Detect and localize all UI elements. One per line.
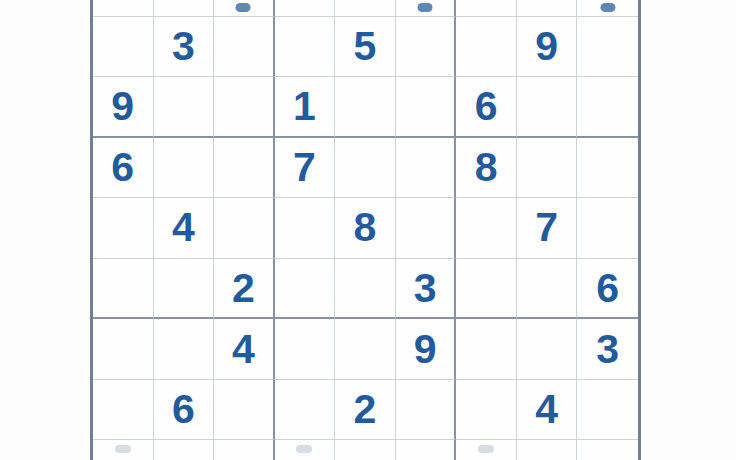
cell-r4c8[interactable] (517, 138, 578, 199)
cell-r9c2[interactable] (154, 440, 215, 460)
given-digit: 4 (535, 389, 558, 430)
cell-r3c9[interactable] (577, 77, 638, 138)
cell-r6c5[interactable] (335, 259, 396, 320)
given-digit: 3 (596, 329, 619, 370)
cell-r7c7[interactable] (456, 319, 517, 380)
given-digit: 9 (414, 329, 437, 370)
cell-r3c2[interactable] (154, 77, 215, 138)
cell-r5c9[interactable] (577, 198, 638, 259)
cell-r2c6[interactable] (396, 17, 457, 78)
cell-r8c1[interactable] (93, 380, 154, 441)
cell-r5c4[interactable] (275, 198, 336, 259)
cell-r4c7: 8 (456, 138, 517, 199)
clipped-digit-fragment (478, 445, 494, 453)
cell-r2c1[interactable] (93, 17, 154, 78)
cell-r1c6 (396, 0, 457, 17)
given-digit: 1 (293, 86, 316, 127)
cell-r2c9[interactable] (577, 17, 638, 78)
given-digit: 4 (232, 329, 255, 370)
cell-r8c2: 6 (154, 380, 215, 441)
cell-r6c4[interactable] (275, 259, 336, 320)
cell-r4c5[interactable] (335, 138, 396, 199)
cell-r4c1: 6 (93, 138, 154, 199)
cell-r5c1[interactable] (93, 198, 154, 259)
sudoku-grid: 359916678487236493624 (90, 0, 641, 460)
cell-r2c7[interactable] (456, 17, 517, 78)
cell-r3c5[interactable] (335, 77, 396, 138)
given-digit: 5 (354, 26, 377, 67)
cell-r7c2[interactable] (154, 319, 215, 380)
cell-r8c8: 4 (517, 380, 578, 441)
cell-r7c9: 3 (577, 319, 638, 380)
cell-r4c6[interactable] (396, 138, 457, 199)
cell-r8c4[interactable] (275, 380, 336, 441)
cell-r2c8: 9 (517, 17, 578, 78)
cell-r8c9[interactable] (577, 380, 638, 441)
cell-r1c5[interactable] (335, 0, 396, 17)
given-digit: 3 (414, 268, 437, 309)
cell-r7c1[interactable] (93, 319, 154, 380)
cell-r1c2[interactable] (154, 0, 215, 17)
cell-r3c3[interactable] (214, 77, 275, 138)
cell-r9c4 (275, 440, 336, 460)
cell-r7c4[interactable] (275, 319, 336, 380)
given-digit: 6 (475, 86, 498, 127)
cell-r1c8[interactable] (517, 0, 578, 17)
cell-r6c1[interactable] (93, 259, 154, 320)
given-digit: 7 (535, 207, 558, 248)
clipped-digit-fragment (600, 3, 615, 12)
cell-r9c6[interactable] (396, 440, 457, 460)
given-digit: 8 (475, 147, 498, 188)
cell-r7c6: 9 (396, 319, 457, 380)
cell-r4c4: 7 (275, 138, 336, 199)
given-digit: 7 (293, 147, 316, 188)
cell-r4c2[interactable] (154, 138, 215, 199)
cell-r6c6: 3 (396, 259, 457, 320)
given-digit: 6 (111, 147, 134, 188)
cell-r9c5[interactable] (335, 440, 396, 460)
cell-r5c7[interactable] (456, 198, 517, 259)
cell-r8c6[interactable] (396, 380, 457, 441)
cell-r8c7[interactable] (456, 380, 517, 441)
given-digit: 4 (172, 207, 195, 248)
cell-r2c4[interactable] (275, 17, 336, 78)
clipped-digit-fragment (236, 3, 251, 12)
cell-r6c8[interactable] (517, 259, 578, 320)
cell-r1c7[interactable] (456, 0, 517, 17)
cell-r1c4[interactable] (275, 0, 336, 17)
sudoku-board-viewport: 359916678487236493624 (0, 0, 736, 460)
cell-r3c1: 9 (93, 77, 154, 138)
cell-r5c2: 4 (154, 198, 215, 259)
cell-r3c4: 1 (275, 77, 336, 138)
cell-r2c3[interactable] (214, 17, 275, 78)
given-digit: 2 (354, 389, 377, 430)
clipped-digit-fragment (296, 445, 312, 453)
given-digit: 9 (535, 26, 558, 67)
cell-r3c8[interactable] (517, 77, 578, 138)
given-digit: 9 (111, 86, 134, 127)
cell-r6c9: 6 (577, 259, 638, 320)
given-digit: 6 (596, 268, 619, 309)
cell-r7c5[interactable] (335, 319, 396, 380)
given-digit: 8 (354, 207, 377, 248)
cell-r1c9 (577, 0, 638, 17)
cell-r4c9[interactable] (577, 138, 638, 199)
cell-r2c2: 3 (154, 17, 215, 78)
cell-r7c3: 4 (214, 319, 275, 380)
cell-r1c1[interactable] (93, 0, 154, 17)
cell-r3c6[interactable] (396, 77, 457, 138)
cell-r5c8: 7 (517, 198, 578, 259)
cell-r6c2[interactable] (154, 259, 215, 320)
cell-r9c1 (93, 440, 154, 460)
cell-r5c5: 8 (335, 198, 396, 259)
cell-r7c8[interactable] (517, 319, 578, 380)
cell-r5c3[interactable] (214, 198, 275, 259)
cell-r1c3 (214, 0, 275, 17)
given-digit: 3 (172, 26, 195, 67)
cell-r4c3[interactable] (214, 138, 275, 199)
cell-r8c5: 2 (335, 380, 396, 441)
cell-r9c9[interactable] (577, 440, 638, 460)
cell-r6c3: 2 (214, 259, 275, 320)
cell-r9c7 (456, 440, 517, 460)
cell-r6c7[interactable] (456, 259, 517, 320)
clipped-digit-fragment (418, 3, 433, 12)
given-digit: 6 (172, 389, 195, 430)
cell-r8c3[interactable] (214, 380, 275, 441)
cell-r2c5: 5 (335, 17, 396, 78)
cell-r9c8[interactable] (517, 440, 578, 460)
cell-r9c3[interactable] (214, 440, 275, 460)
cell-r3c7: 6 (456, 77, 517, 138)
given-digit: 2 (232, 268, 255, 309)
cell-r5c6[interactable] (396, 198, 457, 259)
clipped-digit-fragment (115, 445, 131, 453)
